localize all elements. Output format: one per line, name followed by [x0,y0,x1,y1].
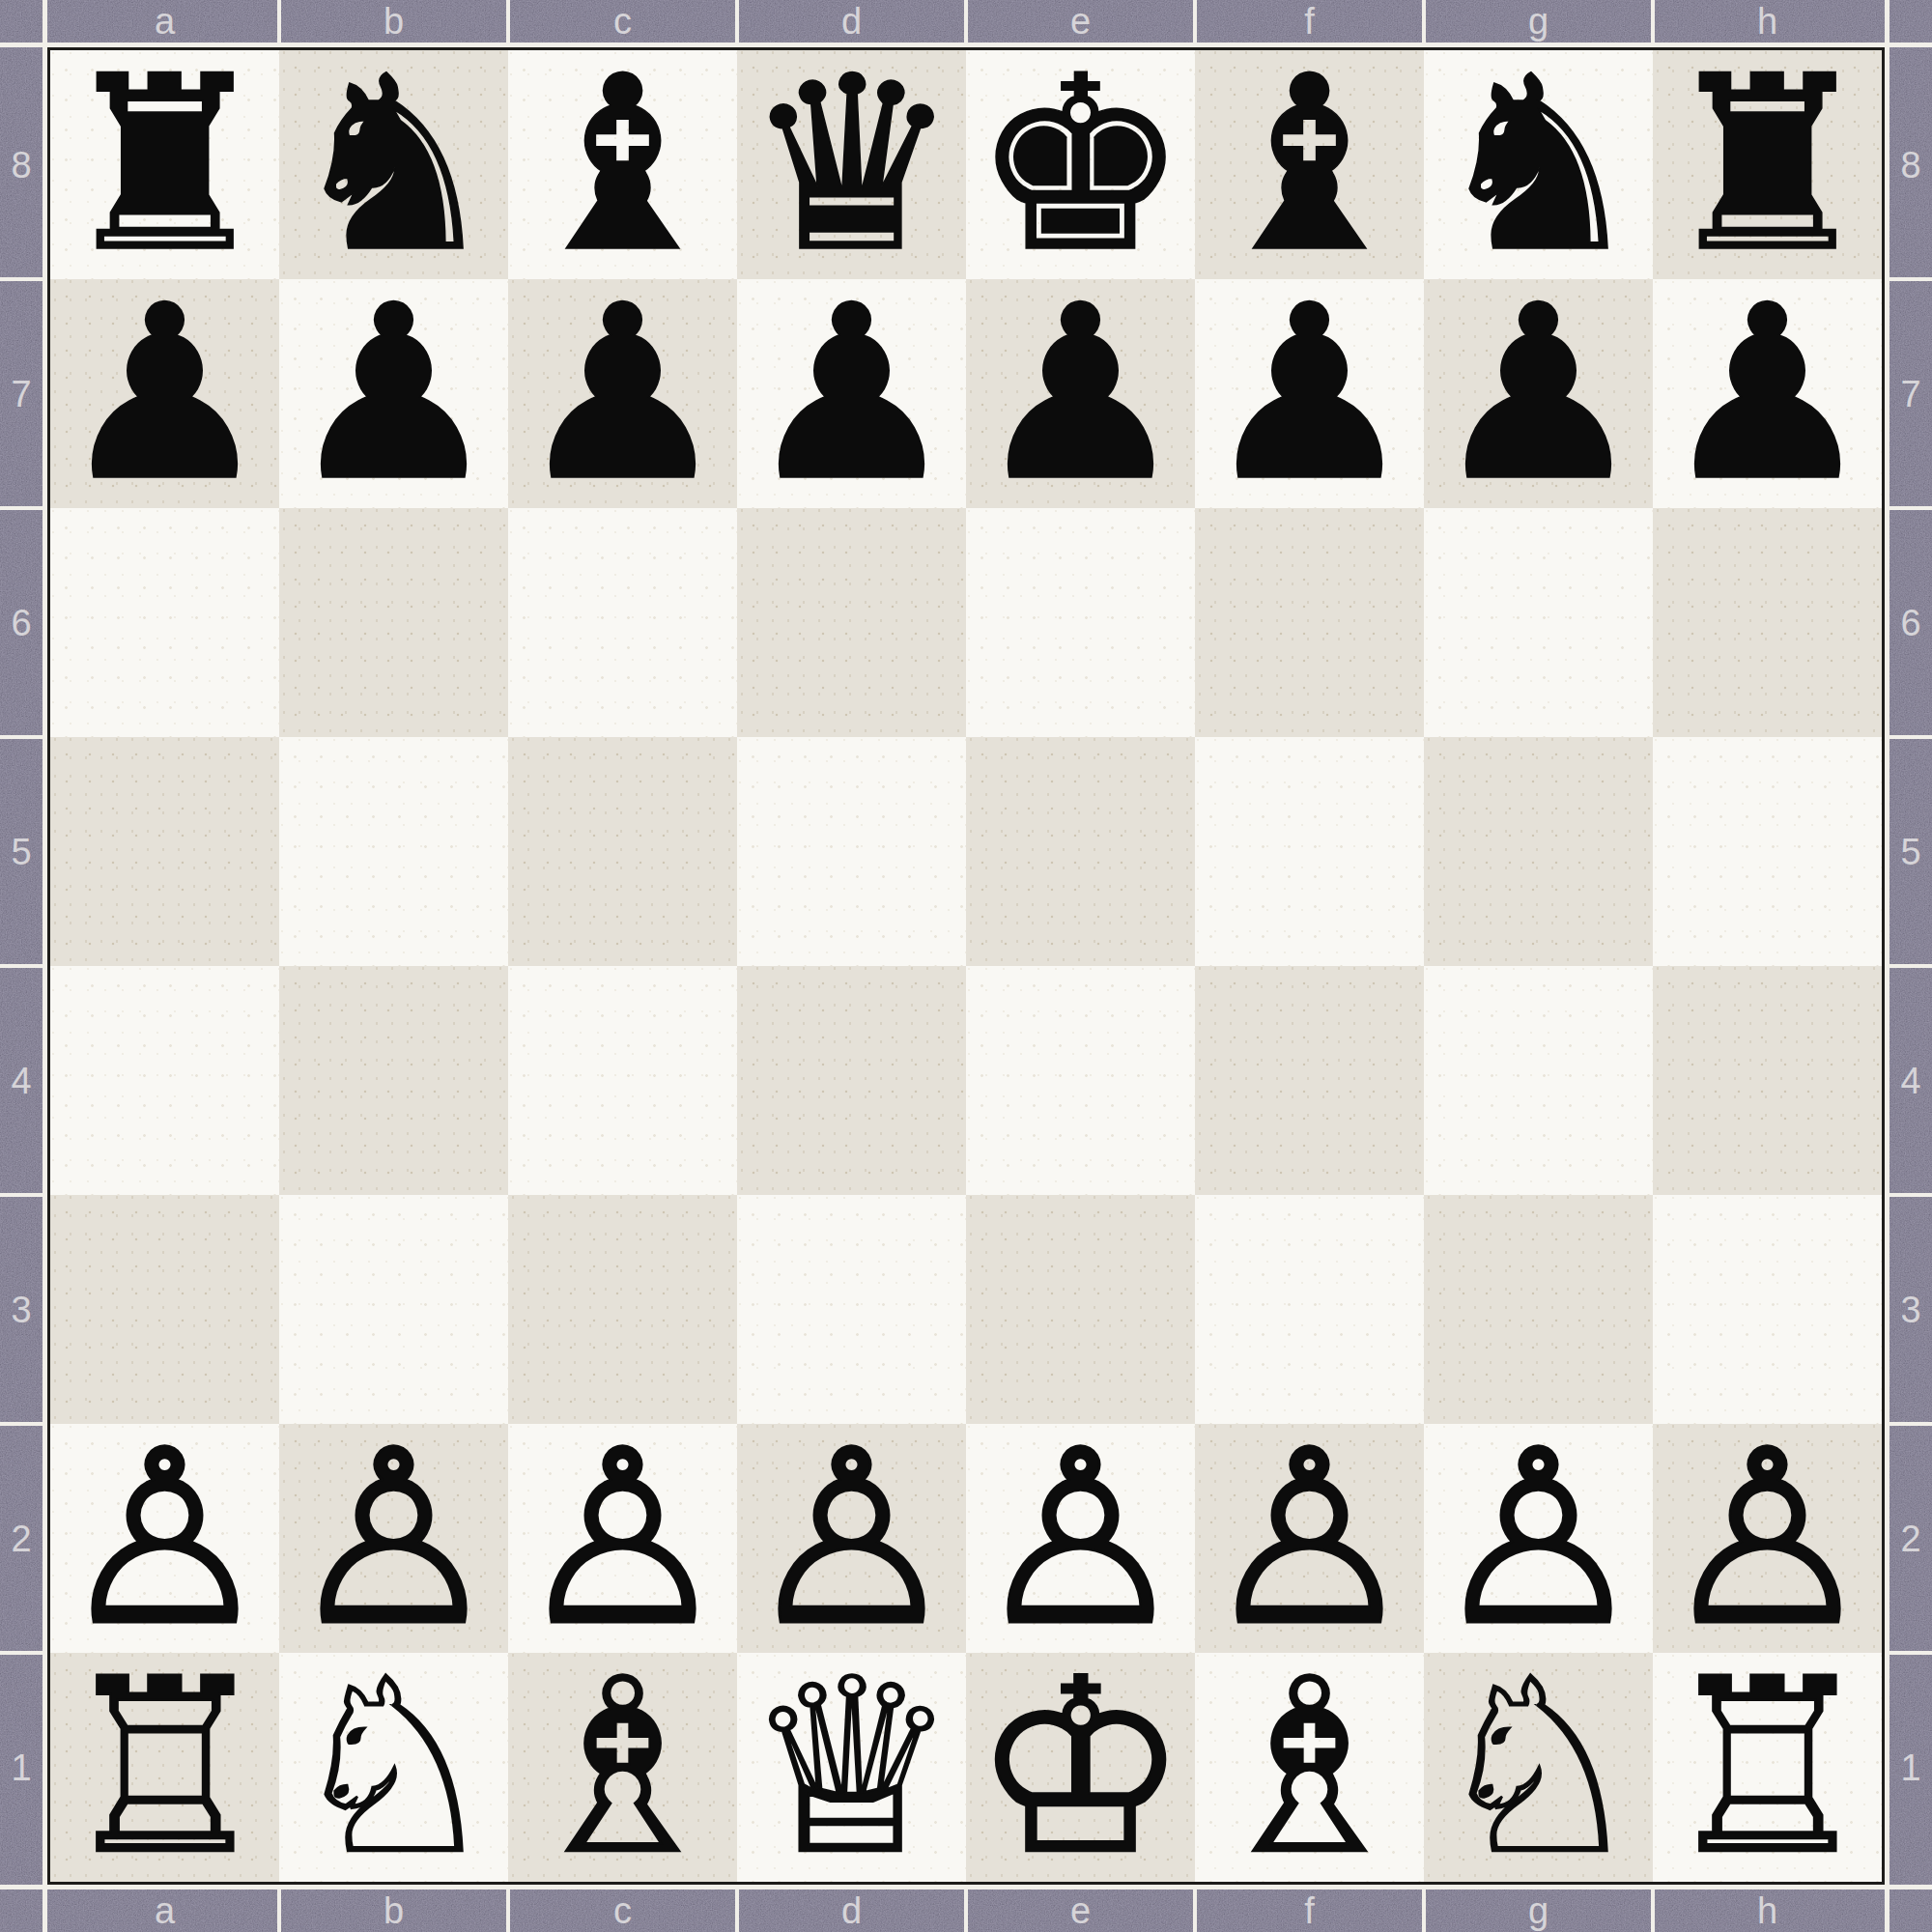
square-c2[interactable]: ♙ [508,1424,737,1653]
square-g5[interactable] [1424,737,1653,966]
rank-label-2-right: 2 [1889,1424,1932,1653]
square-d1[interactable]: ♕ [737,1653,966,1882]
piece-white-knight[interactable]: ♘ [1430,1653,1646,1882]
board-border: ♜♞♝♛♚♝♞♜♟♟♟♟♟♟♟♟♙♙♙♙♙♙♙♙♖♘♗♕♔♗♘♖ [43,43,1889,1889]
square-b5[interactable] [279,737,508,966]
square-g8[interactable]: ♞ [1424,50,1653,279]
piece-black-pawn[interactable]: ♟ [285,279,501,508]
square-a7[interactable]: ♟ [50,279,279,508]
frame-divider-line [1889,1193,1932,1197]
chessboard-frame: abcdefgh abcdefgh 87654321 87654321 ♜♞♝♛… [0,0,1932,1932]
square-c5[interactable] [508,737,737,966]
rank-label-1-right: 1 [1889,1653,1932,1882]
rank-label-6-left: 6 [0,508,43,737]
square-e5[interactable] [966,737,1195,966]
square-h8[interactable]: ♜ [1653,50,1882,279]
piece-black-knight[interactable]: ♞ [285,50,501,279]
frame-divider-line [1889,1651,1932,1655]
frame-divider-line [506,0,510,43]
piece-black-pawn[interactable]: ♟ [1430,279,1646,508]
rank-label-7-left: 7 [0,279,43,508]
frame-divider-line [1193,1889,1197,1932]
piece-white-rook[interactable]: ♖ [1659,1653,1875,1882]
piece-white-pawn[interactable]: ♙ [1430,1424,1646,1653]
square-d4[interactable] [737,966,966,1195]
frame-divider-line [43,0,47,43]
square-d2[interactable]: ♙ [737,1424,966,1653]
square-c7[interactable]: ♟ [508,279,737,508]
frame-divider-line [1889,1885,1932,1889]
square-e1[interactable]: ♔ [966,1653,1195,1882]
piece-black-queen[interactable]: ♛ [743,50,959,279]
frame-divider-line [1889,964,1932,968]
square-a8[interactable]: ♜ [50,50,279,279]
rank-label-2-left: 2 [0,1424,43,1653]
square-f6[interactable] [1195,508,1424,737]
square-a2[interactable]: ♙ [50,1424,279,1653]
piece-white-bishop[interactable]: ♗ [514,1653,730,1882]
square-h2[interactable]: ♙ [1653,1424,1882,1653]
square-h6[interactable] [1653,508,1882,737]
board-outline: ♜♞♝♛♚♝♞♜♟♟♟♟♟♟♟♟♙♙♙♙♙♙♙♙♖♘♗♕♔♗♘♖ [47,47,1885,1885]
square-b1[interactable]: ♘ [279,1653,508,1882]
rank-label-3-left: 3 [0,1195,43,1424]
square-b4[interactable] [279,966,508,1195]
square-g4[interactable] [1424,966,1653,1195]
square-c6[interactable] [508,508,737,737]
square-e3[interactable] [966,1195,1195,1424]
piece-black-pawn[interactable]: ♟ [514,279,730,508]
frame-divider-line [0,735,43,739]
square-b3[interactable] [279,1195,508,1424]
frame-divider-line [1422,1889,1426,1932]
square-c3[interactable] [508,1195,737,1424]
square-a6[interactable] [50,508,279,737]
square-e8[interactable]: ♚ [966,50,1195,279]
square-b8[interactable]: ♞ [279,50,508,279]
square-f7[interactable]: ♟ [1195,279,1424,508]
square-f4[interactable] [1195,966,1424,1195]
frame-divider-line [0,964,43,968]
piece-black-pawn[interactable]: ♟ [743,279,959,508]
piece-black-bishop[interactable]: ♝ [1201,50,1417,279]
frame-divider-line [0,506,43,510]
square-f5[interactable] [1195,737,1424,966]
frame-divider-line [0,1651,43,1655]
frame-divider-line [1889,43,1932,47]
square-c8[interactable]: ♝ [508,50,737,279]
piece-black-king[interactable]: ♚ [972,50,1188,279]
square-b6[interactable] [279,508,508,737]
square-a5[interactable] [50,737,279,966]
piece-black-pawn[interactable]: ♟ [1201,279,1417,508]
frame-divider-line [1651,0,1655,43]
square-h1[interactable]: ♖ [1653,1653,1882,1882]
square-f1[interactable]: ♗ [1195,1653,1424,1882]
square-a1[interactable]: ♖ [50,1653,279,1882]
piece-black-rook[interactable]: ♜ [56,50,272,279]
square-a3[interactable] [50,1195,279,1424]
rank-label-1-left: 1 [0,1653,43,1882]
rank-label-4-right: 4 [1889,966,1932,1195]
frame-divider-line [1885,1889,1889,1932]
frame-divider-line [1889,735,1932,739]
square-g6[interactable] [1424,508,1653,737]
square-c4[interactable] [508,966,737,1195]
rank-label-6-right: 6 [1889,508,1932,737]
frame-divider-line [277,1889,281,1932]
rank-label-5-left: 5 [0,737,43,966]
piece-white-pawn[interactable]: ♙ [514,1424,730,1653]
piece-white-bishop[interactable]: ♗ [1201,1653,1417,1882]
square-h5[interactable] [1653,737,1882,966]
piece-black-pawn[interactable]: ♟ [1659,279,1875,508]
square-g1[interactable]: ♘ [1424,1653,1653,1882]
piece-white-pawn[interactable]: ♙ [743,1424,959,1653]
chess-board: ♜♞♝♛♚♝♞♜♟♟♟♟♟♟♟♟♙♙♙♙♙♙♙♙♖♘♗♕♔♗♘♖ [50,50,1882,1882]
square-b2[interactable]: ♙ [279,1424,508,1653]
square-a4[interactable] [50,966,279,1195]
frame-divider-line [0,277,43,281]
frame-divider-line [0,43,43,47]
square-g3[interactable] [1424,1195,1653,1424]
frame-divider-line [1889,277,1932,281]
piece-white-rook[interactable]: ♖ [56,1653,272,1882]
rank-label-8-left: 8 [0,50,43,279]
square-c1[interactable]: ♗ [508,1653,737,1882]
frame-divider-line [735,1889,739,1932]
frame-divider-line [1885,0,1889,43]
square-h4[interactable] [1653,966,1882,1195]
square-d3[interactable] [737,1195,966,1424]
square-d6[interactable] [737,508,966,737]
piece-black-pawn[interactable]: ♟ [972,279,1188,508]
piece-white-pawn[interactable]: ♙ [1659,1424,1875,1653]
square-e7[interactable]: ♟ [966,279,1195,508]
square-h3[interactable] [1653,1195,1882,1424]
square-f8[interactable]: ♝ [1195,50,1424,279]
piece-white-pawn[interactable]: ♙ [972,1424,1188,1653]
piece-white-pawn[interactable]: ♙ [56,1424,272,1653]
rank-label-4-left: 4 [0,966,43,1195]
frame-divider-line [277,0,281,43]
rank-label-3-right: 3 [1889,1195,1932,1424]
square-g7[interactable]: ♟ [1424,279,1653,508]
frame-divider-line [1889,506,1932,510]
piece-black-pawn[interactable]: ♟ [56,279,272,508]
piece-white-queen[interactable]: ♕ [743,1653,959,1882]
frame-divider-line [0,1193,43,1197]
square-e4[interactable] [966,966,1195,1195]
frame-divider-line [1889,1422,1932,1426]
piece-black-rook[interactable]: ♜ [1659,50,1875,279]
frame-divider-line [0,1885,43,1889]
square-d5[interactable] [737,737,966,966]
piece-black-knight[interactable]: ♞ [1430,50,1646,279]
square-d8[interactable]: ♛ [737,50,966,279]
frame-divider-line [1651,1889,1655,1932]
rank-label-7-right: 7 [1889,279,1932,508]
frame-divider-line [964,1889,968,1932]
square-e6[interactable] [966,508,1195,737]
square-e2[interactable]: ♙ [966,1424,1195,1653]
piece-white-pawn[interactable]: ♙ [285,1424,501,1653]
frame-divider-line [964,0,968,43]
square-f3[interactable] [1195,1195,1424,1424]
square-d7[interactable]: ♟ [737,279,966,508]
frame-divider-line [1193,0,1197,43]
piece-black-bishop[interactable]: ♝ [514,50,730,279]
frame-divider-line [735,0,739,43]
piece-white-pawn[interactable]: ♙ [1201,1424,1417,1653]
square-f2[interactable]: ♙ [1195,1424,1424,1653]
square-g2[interactable]: ♙ [1424,1424,1653,1653]
rank-label-8-right: 8 [1889,50,1932,279]
frame-divider-line [1422,0,1426,43]
frame-divider-line [0,1422,43,1426]
square-h7[interactable]: ♟ [1653,279,1882,508]
frame-divider-line [43,1889,47,1932]
piece-white-king[interactable]: ♔ [972,1653,1188,1882]
piece-white-knight[interactable]: ♘ [285,1653,501,1882]
rank-label-5-right: 5 [1889,737,1932,966]
frame-divider-line [506,1889,510,1932]
square-b7[interactable]: ♟ [279,279,508,508]
